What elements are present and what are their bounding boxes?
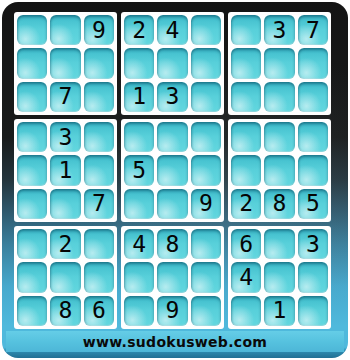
cell-r8c6[interactable] — [191, 262, 221, 292]
cell-r5c9[interactable] — [298, 155, 328, 185]
cell-r3c7[interactable] — [231, 82, 261, 112]
cell-r7c8[interactable] — [264, 229, 294, 259]
cell-r9c7[interactable] — [231, 296, 261, 326]
cell-r1c7[interactable] — [231, 15, 261, 45]
cell-r2c9[interactable] — [298, 48, 328, 78]
cell-r7c7[interactable]: 6 — [231, 229, 261, 259]
cell-r6c6[interactable]: 9 — [191, 189, 221, 219]
cell-r8c1[interactable] — [17, 262, 47, 292]
cell-r5c1[interactable] — [17, 155, 47, 185]
cell-r1c4[interactable]: 2 — [124, 15, 154, 45]
cell-r8c7[interactable]: 4 — [231, 262, 261, 292]
cell-r6c2[interactable] — [50, 189, 80, 219]
cell-r7c4[interactable]: 4 — [124, 229, 154, 259]
box-9: 6341 — [228, 226, 331, 329]
cell-r3c6[interactable] — [191, 82, 221, 112]
cell-r4c2[interactable]: 3 — [50, 122, 80, 152]
website-url: www.sudokusweb.com — [83, 334, 267, 350]
box-5: 59 — [121, 119, 224, 222]
cell-r1c5[interactable]: 4 — [157, 15, 187, 45]
sudoku-board: 97241337317592852864896341 — [14, 12, 331, 329]
cell-r6c4[interactable] — [124, 189, 154, 219]
cell-r5c7[interactable] — [231, 155, 261, 185]
cell-r9c8[interactable]: 1 — [264, 296, 294, 326]
cell-r6c5[interactable] — [157, 189, 187, 219]
cell-r9c4[interactable] — [124, 296, 154, 326]
cell-r6c8[interactable]: 8 — [264, 189, 294, 219]
cell-r7c9[interactable]: 3 — [298, 229, 328, 259]
cell-r9c9[interactable] — [298, 296, 328, 326]
cell-r2c4[interactable] — [124, 48, 154, 78]
cell-r5c5[interactable] — [157, 155, 187, 185]
cell-r3c3[interactable] — [84, 82, 114, 112]
box-2: 2413 — [121, 12, 224, 115]
cell-r2c5[interactable] — [157, 48, 187, 78]
box-4: 317 — [14, 119, 117, 222]
cell-r5c2[interactable]: 1 — [50, 155, 80, 185]
cell-r9c3[interactable]: 6 — [84, 296, 114, 326]
cell-r9c2[interactable]: 8 — [50, 296, 80, 326]
cell-r1c8[interactable]: 3 — [264, 15, 294, 45]
cell-r7c1[interactable] — [17, 229, 47, 259]
cell-r5c4[interactable]: 5 — [124, 155, 154, 185]
cell-r4c1[interactable] — [17, 122, 47, 152]
cell-r2c8[interactable] — [264, 48, 294, 78]
cell-r8c8[interactable] — [264, 262, 294, 292]
cell-r2c3[interactable] — [84, 48, 114, 78]
cell-r4c6[interactable] — [191, 122, 221, 152]
cell-r6c9[interactable]: 5 — [298, 189, 328, 219]
cell-r7c6[interactable] — [191, 229, 221, 259]
cell-r8c3[interactable] — [84, 262, 114, 292]
board-frame: 97241337317592852864896341 www.sudokuswe… — [2, 2, 348, 358]
cell-r6c7[interactable]: 2 — [231, 189, 261, 219]
cell-r6c1[interactable] — [17, 189, 47, 219]
cell-r3c2[interactable]: 7 — [50, 82, 80, 112]
cell-r8c9[interactable] — [298, 262, 328, 292]
cell-r4c5[interactable] — [157, 122, 187, 152]
footer-bar: www.sudokusweb.com — [6, 331, 344, 352]
cell-r2c2[interactable] — [50, 48, 80, 78]
cell-r4c9[interactable] — [298, 122, 328, 152]
cell-r4c8[interactable] — [264, 122, 294, 152]
cell-r6c3[interactable]: 7 — [84, 189, 114, 219]
sudoku-widget: 97241337317592852864896341 www.sudokuswe… — [0, 0, 350, 360]
cell-r8c2[interactable] — [50, 262, 80, 292]
cell-r5c8[interactable] — [264, 155, 294, 185]
cell-r8c4[interactable] — [124, 262, 154, 292]
cell-r3c1[interactable] — [17, 82, 47, 112]
cell-r1c3[interactable]: 9 — [84, 15, 114, 45]
cell-r7c2[interactable]: 2 — [50, 229, 80, 259]
cell-r3c9[interactable] — [298, 82, 328, 112]
cell-r2c1[interactable] — [17, 48, 47, 78]
cell-r4c7[interactable] — [231, 122, 261, 152]
box-7: 286 — [14, 226, 117, 329]
cell-r1c9[interactable]: 7 — [298, 15, 328, 45]
cell-r9c1[interactable] — [17, 296, 47, 326]
cell-r7c3[interactable] — [84, 229, 114, 259]
cell-r3c8[interactable] — [264, 82, 294, 112]
cell-r3c4[interactable]: 1 — [124, 82, 154, 112]
box-6: 285 — [228, 119, 331, 222]
box-8: 489 — [121, 226, 224, 329]
cell-r3c5[interactable]: 3 — [157, 82, 187, 112]
cell-r5c6[interactable] — [191, 155, 221, 185]
cell-r4c4[interactable] — [124, 122, 154, 152]
cell-r1c6[interactable] — [191, 15, 221, 45]
cell-r2c6[interactable] — [191, 48, 221, 78]
cell-r9c5[interactable]: 9 — [157, 296, 187, 326]
cell-r7c5[interactable]: 8 — [157, 229, 187, 259]
box-1: 97 — [14, 12, 117, 115]
box-3: 37 — [228, 12, 331, 115]
cell-r1c1[interactable] — [17, 15, 47, 45]
cell-r1c2[interactable] — [50, 15, 80, 45]
cell-r2c7[interactable] — [231, 48, 261, 78]
cell-r5c3[interactable] — [84, 155, 114, 185]
cell-r4c3[interactable] — [84, 122, 114, 152]
cell-r9c6[interactable] — [191, 296, 221, 326]
cell-r8c5[interactable] — [157, 262, 187, 292]
